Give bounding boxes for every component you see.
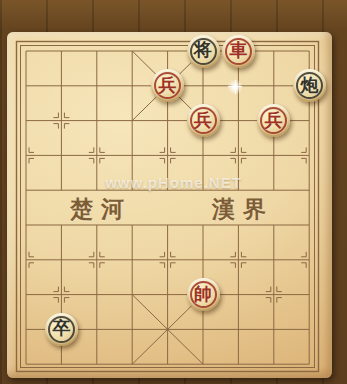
- piece-black-soldier[interactable]: 卒: [45, 313, 78, 346]
- river-label-left: 楚河: [70, 196, 132, 222]
- piece-character: 卒: [52, 319, 70, 337]
- piece-character: 将: [194, 41, 212, 59]
- river-label-right: 漢界: [212, 196, 274, 222]
- piece-red-general[interactable]: 帥: [187, 278, 220, 311]
- piece-black-general[interactable]: 将: [187, 35, 220, 68]
- piece-character: 兵: [265, 111, 283, 129]
- piece-red-soldier-2[interactable]: 兵: [187, 104, 220, 137]
- piece-character: 帥: [194, 285, 212, 303]
- piece-character: 炮: [300, 76, 318, 94]
- piece-character: 兵: [159, 76, 177, 94]
- piece-black-cannon[interactable]: 炮: [293, 69, 326, 102]
- piece-character: 車: [229, 41, 247, 59]
- piece-character: 兵: [194, 111, 212, 129]
- piece-red-chariot[interactable]: 車: [222, 35, 255, 68]
